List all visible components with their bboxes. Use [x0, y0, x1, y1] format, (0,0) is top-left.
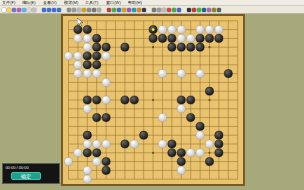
- white-stone: [74, 149, 82, 157]
- white-stone: [168, 26, 176, 34]
- white-stone: [93, 70, 101, 78]
- black-stone: [121, 140, 129, 148]
- white-stone: [177, 166, 185, 174]
- white-stone: [196, 131, 204, 139]
- black-stone: [149, 34, 157, 42]
- hoshi-point: [208, 46, 210, 48]
- menu-item-5[interactable]: 窗口(W): [106, 0, 121, 4]
- white-stone: [177, 26, 185, 34]
- black-stone: [177, 96, 185, 104]
- toolbar-icon-16[interactable]: [82, 8, 86, 12]
- menu-item-6[interactable]: 帮助(H): [128, 0, 142, 4]
- black-stone: [102, 114, 110, 122]
- hoshi-point: [152, 46, 154, 48]
- toolbar-icon-34[interactable]: [172, 8, 176, 12]
- black-stone: [102, 166, 110, 174]
- menu-item-1[interactable]: 编辑(E): [22, 0, 36, 4]
- white-stone: [102, 78, 110, 86]
- toolbar-icon-32[interactable]: [162, 8, 166, 12]
- black-stone: [168, 43, 176, 51]
- black-stone: [83, 26, 91, 34]
- workspace: 00:00 / 00:00 确定: [0, 14, 304, 190]
- white-stone: [83, 140, 91, 148]
- white-stone: [158, 70, 166, 78]
- black-stone: [93, 61, 101, 69]
- toolbar-icon-21[interactable]: [107, 8, 111, 12]
- black-stone: [196, 122, 204, 130]
- black-stone: [224, 70, 232, 78]
- white-stone: [196, 70, 204, 78]
- toolbar-icon-31[interactable]: [157, 8, 161, 12]
- black-stone: [93, 96, 101, 104]
- toolbar-icon-33[interactable]: [167, 8, 171, 12]
- toolbar-icon-6[interactable]: [32, 8, 36, 12]
- black-stone: [187, 43, 195, 51]
- toolbar-icon-11[interactable]: [57, 8, 61, 12]
- toolbar-icon-43[interactable]: [217, 8, 221, 12]
- white-stone: [158, 114, 166, 122]
- overlay-confirm-button[interactable]: 确定: [11, 172, 41, 180]
- white-stone: [83, 175, 91, 183]
- white-stone: [83, 70, 91, 78]
- white-stone: [196, 26, 204, 34]
- toolbar-separator: [37, 8, 41, 12]
- white-stone: [83, 105, 91, 113]
- toolbar-icon-23[interactable]: [117, 8, 121, 12]
- toolbar-icon-25[interactable]: [127, 8, 131, 12]
- black-stone: [215, 140, 223, 148]
- toolbar-separator: [147, 8, 151, 12]
- white-stone: [177, 105, 185, 113]
- toolbar-icon-38[interactable]: [192, 8, 196, 12]
- white-stone: [205, 140, 213, 148]
- black-stone: [93, 114, 101, 122]
- white-stone: [215, 26, 223, 34]
- menu-item-2[interactable]: 查看(V): [43, 0, 57, 4]
- black-stone: [215, 149, 223, 157]
- white-stone: [158, 140, 166, 148]
- black-stone: [102, 158, 110, 166]
- toolbar-icon-3[interactable]: [17, 8, 21, 12]
- black-stone: [121, 96, 129, 104]
- status-overlay-panel: 00:00 / 00:00 确定: [2, 163, 60, 184]
- mouse-cursor-icon: [77, 18, 84, 27]
- toolbar-icon-41[interactable]: [207, 8, 211, 12]
- black-stone: [205, 87, 213, 95]
- overlay-info-text: 00:00 / 00:00: [3, 165, 48, 170]
- white-stone: [74, 70, 82, 78]
- black-stone: [187, 96, 195, 104]
- black-stone: [187, 114, 195, 122]
- last-move-marker: [152, 28, 155, 31]
- toolbar-separator: [102, 8, 106, 12]
- black-stone: [177, 149, 185, 157]
- hoshi-point: [152, 99, 154, 101]
- black-stone: [168, 34, 176, 42]
- toolbar-icon-9[interactable]: [47, 8, 51, 12]
- white-stone: [177, 70, 185, 78]
- white-stone: [187, 149, 195, 157]
- white-stone: [64, 158, 72, 166]
- black-stone: [196, 34, 204, 42]
- black-stone: [177, 43, 185, 51]
- menu-item-4[interactable]: 工具(T): [85, 0, 98, 4]
- black-stone: [215, 34, 223, 42]
- white-stone: [177, 34, 185, 42]
- black-stone: [83, 61, 91, 69]
- white-stone: [205, 26, 213, 34]
- white-stone: [83, 43, 91, 51]
- white-stone: [64, 52, 72, 60]
- black-stone: [168, 149, 176, 157]
- board-grid: [63, 16, 243, 184]
- toolbar-icon-13[interactable]: [67, 8, 71, 12]
- hoshi-point: [152, 152, 154, 154]
- black-stone: [215, 131, 223, 139]
- white-stone: [158, 26, 166, 34]
- go-board[interactable]: [61, 14, 245, 186]
- toolbar-icon-5[interactable]: [27, 8, 31, 12]
- white-stone: [74, 61, 82, 69]
- black-stone: [168, 140, 176, 148]
- white-stone: [93, 140, 101, 148]
- toolbar-separator: [62, 8, 66, 12]
- toolbar-icon-42[interactable]: [212, 8, 216, 12]
- toolbar-icon-0[interactable]: [2, 8, 6, 12]
- black-stone: [205, 34, 213, 42]
- black-stone: [177, 158, 185, 166]
- toolbar-icon-26[interactable]: [132, 8, 136, 12]
- toolbar-icon-27[interactable]: [137, 8, 141, 12]
- toolbar-icon-24[interactable]: [122, 8, 126, 12]
- toolbar-icon-22[interactable]: [112, 8, 116, 12]
- black-stone: [121, 43, 129, 51]
- toolbar: [0, 6, 304, 14]
- toolbar-icon-10[interactable]: [52, 8, 56, 12]
- black-stone: [83, 52, 91, 60]
- white-stone: [187, 34, 195, 42]
- black-stone: [158, 34, 166, 42]
- toolbar-icon-40[interactable]: [202, 8, 206, 12]
- toolbar-icon-17[interactable]: [87, 8, 91, 12]
- black-stone: [93, 52, 101, 60]
- white-stone: [83, 166, 91, 174]
- toolbar-icon-15[interactable]: [77, 8, 81, 12]
- toolbar-icon-28[interactable]: [142, 8, 146, 12]
- toolbar-separator: [182, 8, 186, 12]
- black-stone: [93, 34, 101, 42]
- toolbar-icon-35[interactable]: [177, 8, 181, 12]
- black-stone: [83, 149, 91, 157]
- toolbar-icon-8[interactable]: [42, 8, 46, 12]
- black-stone: [130, 96, 138, 104]
- toolbar-icon-4[interactable]: [22, 8, 26, 12]
- white-stone: [83, 34, 91, 42]
- black-stone: [93, 43, 101, 51]
- toolbar-icon-30[interactable]: [152, 8, 156, 12]
- toolbar-icon-1[interactable]: [7, 8, 11, 12]
- white-stone: [102, 52, 110, 60]
- black-stone: [102, 43, 110, 51]
- menu-item-3[interactable]: 棋谱(M): [64, 0, 78, 4]
- black-stone: [83, 131, 91, 139]
- white-stone: [130, 140, 138, 148]
- black-stone: [83, 96, 91, 104]
- white-stone: [93, 158, 101, 166]
- black-stone: [205, 158, 213, 166]
- white-stone: [102, 140, 110, 148]
- black-stone: [196, 43, 204, 51]
- toolbar-icon-14[interactable]: [72, 8, 76, 12]
- white-stone: [74, 52, 82, 60]
- toolbar-icon-2[interactable]: [12, 8, 16, 12]
- black-stone: [140, 131, 148, 139]
- white-stone: [102, 96, 110, 104]
- go-app-window: 文件(F)编辑(E)查看(V)棋谱(M)工具(T)窗口(W)帮助(H) 00:0…: [0, 0, 304, 190]
- white-stone: [74, 34, 82, 42]
- white-stone: [196, 149, 204, 157]
- toolbar-icon-18[interactable]: [92, 8, 96, 12]
- black-stone: [93, 149, 101, 157]
- hoshi-point: [208, 152, 210, 154]
- toolbar-icon-37[interactable]: [187, 8, 191, 12]
- menu-item-0[interactable]: 文件(F): [2, 0, 15, 4]
- toolbar-icon-19[interactable]: [97, 8, 101, 12]
- hoshi-point: [208, 99, 210, 101]
- toolbar-icon-39[interactable]: [197, 8, 201, 12]
